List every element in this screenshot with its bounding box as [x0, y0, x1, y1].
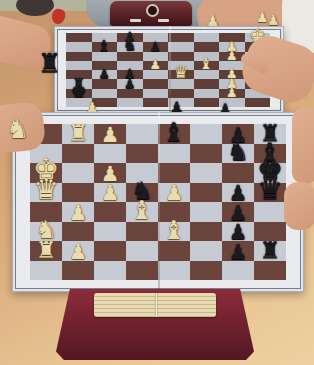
square-c2[interactable]: [62, 163, 94, 183]
square-g3[interactable]: [194, 42, 220, 51]
square-d5[interactable]: [143, 70, 169, 79]
square-g8[interactable]: [66, 42, 92, 51]
white-pawn-piece[interactable]: ♟: [165, 183, 184, 204]
square-g8[interactable]: ♜: [254, 241, 286, 261]
square-f7[interactable]: ♟: [222, 222, 254, 242]
square-c6[interactable]: ♟: [117, 79, 143, 88]
square-h8[interactable]: [254, 261, 286, 281]
white-bishop-piece[interactable]: ♝: [163, 218, 186, 243]
square-b5[interactable]: [143, 89, 169, 98]
square-f4[interactable]: [126, 222, 158, 242]
square-g5[interactable]: [158, 241, 190, 261]
square-f6[interactable]: [117, 52, 143, 61]
clock-label-2: [158, 19, 169, 22]
square-g7[interactable]: ♟: [222, 241, 254, 261]
square-h8[interactable]: [66, 33, 92, 42]
square-g4[interactable]: [168, 42, 194, 51]
square-d3[interactable]: [194, 70, 220, 79]
board-case-tray: [56, 289, 254, 360]
captured-white-pawn-3[interactable]: ♟: [267, 13, 280, 27]
square-b2[interactable]: ♟: [219, 89, 245, 98]
square-f3[interactable]: [94, 222, 126, 242]
square-g1[interactable]: ♜: [30, 241, 62, 261]
left-player-hair: [16, 0, 54, 16]
near-board-grid: ♜♟♝♟♜♞♝♚♟♚♛♟♞♟♟♛♟♝♟♞♝♟♜♟♟♜: [30, 124, 286, 280]
square-d7[interactable]: ♟: [222, 183, 254, 203]
square-b7[interactable]: ♞: [222, 144, 254, 164]
square-h1[interactable]: [30, 261, 62, 281]
square-e6[interactable]: [190, 202, 222, 222]
square-a6[interactable]: [117, 98, 143, 107]
square-b2[interactable]: [62, 144, 94, 164]
white-pawn-piece[interactable]: ♟: [101, 125, 120, 146]
wooden-clock-box: [110, 1, 192, 26]
held-white-knight[interactable]: ♞: [6, 116, 29, 142]
square-a2[interactable]: ♜: [62, 124, 94, 144]
square-g2[interactable]: ♟: [62, 241, 94, 261]
square-b6[interactable]: [117, 89, 143, 98]
square-e3[interactable]: ♝: [194, 61, 220, 70]
square-d6[interactable]: [190, 183, 222, 203]
square-h7[interactable]: [222, 261, 254, 281]
square-c7[interactable]: [222, 163, 254, 183]
square-c4[interactable]: [168, 79, 194, 88]
square-e2[interactable]: ♟: [62, 202, 94, 222]
white-pawn-piece[interactable]: ♟: [69, 203, 88, 224]
right-player-knuckles: [284, 182, 314, 230]
white-pawn-piece[interactable]: ♟: [101, 183, 120, 204]
square-f8[interactable]: [66, 52, 92, 61]
black-bishop-piece[interactable]: ♝: [163, 120, 186, 145]
square-e8[interactable]: [66, 61, 92, 70]
square-f7[interactable]: [92, 52, 118, 61]
square-e4[interactable]: ♝: [126, 202, 158, 222]
near-chess-board: ♜♟♝♟♜♞♝♚♟♚♛♟♞♟♟♛♟♝♟♞♝♟♜♟♟♜: [12, 112, 304, 292]
square-a1[interactable]: [245, 98, 271, 107]
square-a3[interactable]: [194, 98, 220, 107]
square-b6[interactable]: [190, 144, 222, 164]
square-e7[interactable]: ♟: [222, 202, 254, 222]
square-f2[interactable]: [62, 222, 94, 242]
square-d5[interactable]: ♟: [158, 183, 190, 203]
square-g7[interactable]: ♝: [92, 42, 118, 51]
square-c6[interactable]: [190, 163, 222, 183]
black-pawn-piece[interactable]: ♟: [229, 242, 248, 263]
square-b4[interactable]: [168, 89, 194, 98]
square-d4[interactable]: ♛: [168, 70, 194, 79]
square-d7[interactable]: ♟: [92, 70, 118, 79]
square-d8[interactable]: ♛: [254, 183, 286, 203]
right-player-edge-hand: [292, 108, 314, 184]
square-h4[interactable]: [126, 261, 158, 281]
square-b3[interactable]: [194, 89, 220, 98]
white-rook-piece[interactable]: ♜: [36, 239, 57, 262]
captured-black-rook[interactable]: ♜: [38, 50, 61, 76]
black-knight-piece[interactable]: ♞: [227, 140, 249, 165]
square-c5[interactable]: [143, 79, 169, 88]
square-g5[interactable]: ♟: [143, 42, 169, 51]
square-b8[interactable]: ♚: [66, 89, 92, 98]
square-a5[interactable]: [143, 98, 169, 107]
square-e3[interactable]: [94, 202, 126, 222]
square-b7[interactable]: [92, 89, 118, 98]
square-h2[interactable]: [62, 261, 94, 281]
square-g3[interactable]: [94, 241, 126, 261]
square-b5[interactable]: [158, 144, 190, 164]
square-h4[interactable]: [168, 33, 194, 42]
clock-label: [130, 19, 141, 22]
folded-vinyl-board: [94, 293, 216, 317]
square-d1[interactable]: ♛: [30, 183, 62, 203]
square-c7[interactable]: [92, 79, 118, 88]
square-g6[interactable]: ♞: [117, 42, 143, 51]
square-d2[interactable]: [62, 183, 94, 203]
square-f6[interactable]: [190, 222, 222, 242]
square-a6[interactable]: [190, 124, 222, 144]
square-b3[interactable]: [94, 144, 126, 164]
square-d3[interactable]: ♟: [94, 183, 126, 203]
black-queen-piece[interactable]: ♛: [257, 176, 282, 204]
black-rook-piece[interactable]: ♜: [260, 239, 281, 262]
square-h6[interactable]: [190, 261, 222, 281]
square-e8[interactable]: [254, 202, 286, 222]
square-c5[interactable]: [158, 163, 190, 183]
square-c3[interactable]: [194, 79, 220, 88]
square-a3[interactable]: ♟: [94, 124, 126, 144]
white-rook-piece[interactable]: ♜: [68, 122, 89, 145]
red-object: [50, 8, 66, 26]
square-e5[interactable]: ♟: [143, 61, 169, 70]
square-c3[interactable]: ♟: [94, 163, 126, 183]
white-pawn-piece[interactable]: ♟: [69, 242, 88, 263]
white-bishop-piece[interactable]: ♝: [131, 198, 154, 223]
square-a4[interactable]: [126, 124, 158, 144]
square-h5[interactable]: [158, 261, 190, 281]
square-g4[interactable]: [126, 241, 158, 261]
square-f4[interactable]: [168, 52, 194, 61]
far-board-grid: ♟♚♝♞♟♟♟♟♝♟♟♛♟♜♟♟♜♚♟: [66, 33, 270, 107]
square-g6[interactable]: [190, 241, 222, 261]
square-h3[interactable]: [194, 33, 220, 42]
white-queen-piece[interactable]: ♛: [33, 176, 58, 204]
square-a5[interactable]: ♝: [158, 124, 190, 144]
square-h3[interactable]: [94, 261, 126, 281]
square-b4[interactable]: [126, 144, 158, 164]
square-f5[interactable]: ♝: [158, 222, 190, 242]
latch-ring-icon: [146, 4, 159, 17]
